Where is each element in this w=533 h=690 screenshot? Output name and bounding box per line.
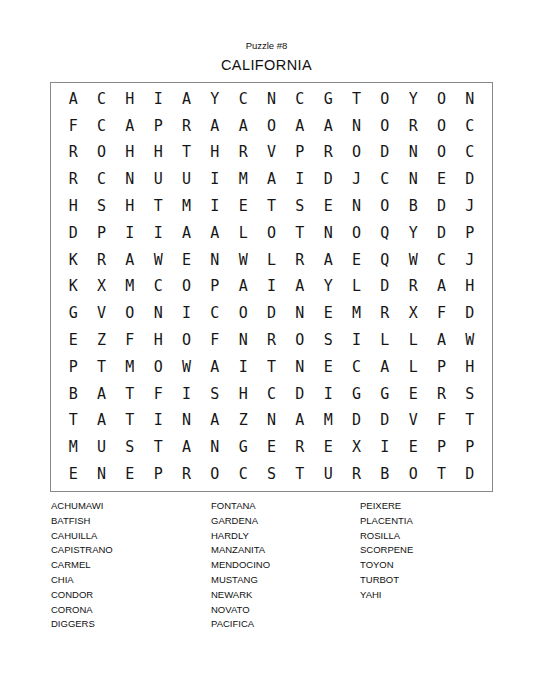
grid-cell[interactable]: N <box>314 220 342 247</box>
grid-cell[interactable]: A <box>201 354 229 381</box>
grid-cell[interactable]: N <box>201 434 229 461</box>
grid-cell[interactable]: Q <box>371 247 399 274</box>
grid-cell[interactable]: E <box>116 461 144 488</box>
grid-cell[interactable]: C <box>144 274 172 301</box>
grid-cell[interactable]: U <box>172 166 200 193</box>
grid-cell[interactable]: O <box>371 86 399 113</box>
grid-cell[interactable]: E <box>229 193 257 220</box>
grid-cell[interactable]: C <box>427 247 455 274</box>
grid-cell[interactable]: T <box>257 193 285 220</box>
grid-cell[interactable]: E <box>427 166 455 193</box>
grid-cell[interactable]: A <box>286 408 314 435</box>
grid-cell[interactable]: A <box>59 86 87 113</box>
grid-cell[interactable]: R <box>229 140 257 167</box>
grid-cell[interactable]: E <box>314 354 342 381</box>
grid-cell[interactable]: T <box>87 354 115 381</box>
grid-cell[interactable]: W <box>144 247 172 274</box>
grid-cell[interactable]: M <box>172 193 200 220</box>
grid-cell[interactable]: N <box>286 354 314 381</box>
grid-cell[interactable]: N <box>399 140 427 167</box>
grid-cell[interactable]: D <box>257 300 285 327</box>
grid-cell[interactable]: I <box>342 327 370 354</box>
grid-cell[interactable]: U <box>87 434 115 461</box>
grid-cell[interactable]: O <box>427 140 455 167</box>
grid-cell[interactable]: B <box>59 381 87 408</box>
grid-cell[interactable]: H <box>201 140 229 167</box>
grid-cell[interactable]: H <box>59 193 87 220</box>
grid-cell[interactable]: N <box>172 408 200 435</box>
grid-cell[interactable]: D <box>456 166 484 193</box>
grid-cell[interactable]: P <box>87 220 115 247</box>
grid-cell[interactable]: C <box>201 300 229 327</box>
word-item: ACHUMAWI <box>51 499 113 514</box>
grid-cell[interactable]: R <box>257 327 285 354</box>
grid-cell[interactable]: M <box>342 300 370 327</box>
grid-cell[interactable]: S <box>87 193 115 220</box>
grid-cell[interactable]: A <box>257 166 285 193</box>
grid-cell[interactable]: E <box>257 434 285 461</box>
grid-cell[interactable]: E <box>399 434 427 461</box>
grid-cell[interactable]: D <box>371 140 399 167</box>
grid-cell[interactable]: I <box>314 381 342 408</box>
grid-cell[interactable]: N <box>342 193 370 220</box>
grid-cell[interactable]: Y <box>314 274 342 301</box>
grid-cell[interactable]: E <box>59 461 87 488</box>
grid-cell[interactable]: C <box>229 461 257 488</box>
word-column-3: PEIXEREPLACENTIAROSILLASCORPENETOYONTURB… <box>360 499 413 603</box>
grid-cell[interactable]: T <box>116 381 144 408</box>
grid-cell[interactable]: O <box>87 140 115 167</box>
word-item: SCORPENE <box>360 543 413 558</box>
grid-cell[interactable]: D <box>371 274 399 301</box>
grid-cell[interactable]: H <box>144 140 172 167</box>
grid-cell[interactable]: O <box>427 86 455 113</box>
grid-cell[interactable]: D <box>314 166 342 193</box>
word-item: MENDOCINO <box>211 558 270 573</box>
grid-cell[interactable]: C <box>229 86 257 113</box>
grid-cell[interactable]: R <box>427 381 455 408</box>
page-title: CALIFORNIA <box>0 57 533 73</box>
grid-cell[interactable]: O <box>172 274 200 301</box>
grid-cell[interactable]: W <box>229 247 257 274</box>
grid-cell[interactable]: O <box>342 140 370 167</box>
grid-cell[interactable]: D <box>427 220 455 247</box>
grid-cell[interactable]: R <box>59 140 87 167</box>
word-item: MANZANITA <box>211 543 270 558</box>
grid-cell[interactable]: A <box>314 113 342 140</box>
grid-cell[interactable]: V <box>399 408 427 435</box>
word-search-grid: ACHIAYCNCGTOYONFCAPRAAOAANOROCROHHTHRVPR… <box>50 82 493 492</box>
grid-cell[interactable]: L <box>342 274 370 301</box>
grid-cell[interactable]: D <box>456 300 484 327</box>
grid-cell[interactable]: O <box>286 327 314 354</box>
word-item: CONDOR <box>51 588 113 603</box>
grid-cell[interactable]: T <box>59 408 87 435</box>
grid-cell[interactable]: N <box>144 300 172 327</box>
word-item: NEWARK <box>211 588 270 603</box>
grid-cell[interactable]: F <box>144 381 172 408</box>
grid-cell[interactable]: D <box>456 461 484 488</box>
grid-cell[interactable]: O <box>144 354 172 381</box>
grid-cell[interactable]: F <box>427 408 455 435</box>
grid-cell[interactable]: R <box>172 461 200 488</box>
grid-cell[interactable]: O <box>427 113 455 140</box>
grid-cell[interactable]: U <box>144 166 172 193</box>
grid-cell[interactable]: L <box>229 220 257 247</box>
grid-cell[interactable]: O <box>399 461 427 488</box>
grid-cell[interactable]: C <box>456 113 484 140</box>
word-column-1: ACHUMAWIBATFISHCAHUILLACAPISTRANOCARMELC… <box>51 499 113 632</box>
grid-cell[interactable]: D <box>342 408 370 435</box>
grid-cell[interactable]: E <box>59 327 87 354</box>
grid-cell[interactable]: H <box>116 193 144 220</box>
grid-cell[interactable]: P <box>456 434 484 461</box>
grid-cell[interactable]: T <box>257 354 285 381</box>
grid-cell[interactable]: E <box>172 247 200 274</box>
grid-cell[interactable]: A <box>427 327 455 354</box>
grid-cell[interactable]: O <box>229 300 257 327</box>
grid-cell[interactable]: S <box>201 381 229 408</box>
grid-cell[interactable]: C <box>456 140 484 167</box>
grid-cell[interactable]: F <box>116 327 144 354</box>
grid-cell[interactable]: N <box>456 86 484 113</box>
grid-cell[interactable]: I <box>201 193 229 220</box>
grid-cell[interactable]: S <box>116 434 144 461</box>
grid-cell[interactable]: A <box>229 274 257 301</box>
grid-cell[interactable]: P <box>144 113 172 140</box>
grid-cell[interactable]: N <box>257 86 285 113</box>
grid-cell[interactable]: Y <box>399 220 427 247</box>
grid-cell[interactable]: N <box>201 247 229 274</box>
grid-cell[interactable]: C <box>87 86 115 113</box>
grid-cell[interactable]: C <box>371 166 399 193</box>
grid-cell[interactable]: I <box>371 434 399 461</box>
grid-cell[interactable]: H <box>456 274 484 301</box>
grid-cell[interactable]: R <box>172 113 200 140</box>
grid-cell[interactable]: D <box>371 408 399 435</box>
grid-cell[interactable]: S <box>456 381 484 408</box>
grid-cell[interactable]: Z <box>229 408 257 435</box>
grid-cell[interactable]: V <box>257 140 285 167</box>
grid-cell[interactable]: D <box>427 193 455 220</box>
grid-cell[interactable]: E <box>314 434 342 461</box>
grid-cell[interactable]: A <box>229 113 257 140</box>
grid-cell[interactable]: T <box>456 408 484 435</box>
grid-cell[interactable]: P <box>427 354 455 381</box>
grid-cell[interactable]: L <box>257 247 285 274</box>
word-item: HARDLY <box>211 529 270 544</box>
grid-cell[interactable]: U <box>314 461 342 488</box>
grid-cell[interactable]: R <box>342 461 370 488</box>
grid-cell[interactable]: X <box>399 300 427 327</box>
word-item: CARMEL <box>51 558 113 573</box>
grid-cell[interactable]: N <box>87 461 115 488</box>
grid-cell[interactable]: P <box>427 434 455 461</box>
grid-cell[interactable]: Q <box>371 220 399 247</box>
grid-cell[interactable]: K <box>59 247 87 274</box>
grid-cell[interactable]: T <box>116 408 144 435</box>
grid-cell[interactable]: A <box>314 247 342 274</box>
grid-cell[interactable]: S <box>286 193 314 220</box>
word-item: MUSTANG <box>211 573 270 588</box>
grid-cell[interactable]: J <box>342 166 370 193</box>
grid-cell[interactable]: X <box>87 274 115 301</box>
grid-cell[interactable]: A <box>286 113 314 140</box>
grid-cell[interactable]: R <box>286 247 314 274</box>
word-item: TOYON <box>360 558 413 573</box>
grid-cell[interactable]: F <box>201 327 229 354</box>
grid-cell[interactable]: T <box>144 193 172 220</box>
grid-cell[interactable]: E <box>314 300 342 327</box>
grid-cell[interactable]: O <box>257 220 285 247</box>
grid-cell[interactable]: H <box>229 381 257 408</box>
word-item: PEIXERE <box>360 499 413 514</box>
grid-cell[interactable]: T <box>144 434 172 461</box>
grid-cell[interactable]: T <box>427 461 455 488</box>
grid-cell[interactable]: A <box>87 408 115 435</box>
grid-cell[interactable]: A <box>172 220 200 247</box>
grid-cell[interactable]: F <box>427 300 455 327</box>
grid-cell[interactable]: C <box>87 113 115 140</box>
grid-cell[interactable]: O <box>116 300 144 327</box>
grid-cell[interactable]: O <box>257 113 285 140</box>
grid-cell[interactable]: F <box>59 113 87 140</box>
grid-cell[interactable]: L <box>399 327 427 354</box>
word-item: NOVATO <box>211 603 270 618</box>
grid-cell[interactable]: T <box>342 86 370 113</box>
grid-cell[interactable]: P <box>456 220 484 247</box>
grid-cell[interactable]: O <box>371 113 399 140</box>
word-item: CORONA <box>51 603 113 618</box>
grid-cell[interactable]: A <box>172 86 200 113</box>
word-column-2: FONTANAGARDENAHARDLYMANZANITAMENDOCINOMU… <box>211 499 270 632</box>
grid-cell[interactable]: N <box>229 327 257 354</box>
grid-cell[interactable]: R <box>371 300 399 327</box>
grid-cell[interactable]: O <box>342 220 370 247</box>
grid-cell[interactable]: I <box>144 86 172 113</box>
grid-cell[interactable]: C <box>342 354 370 381</box>
grid-cell[interactable]: E <box>342 247 370 274</box>
grid-cell[interactable]: R <box>314 140 342 167</box>
grid-cell[interactable]: R <box>59 166 87 193</box>
grid-cell[interactable]: A <box>116 113 144 140</box>
word-item: FONTANA <box>211 499 270 514</box>
grid-cell[interactable]: J <box>456 247 484 274</box>
grid-cell[interactable]: X <box>342 434 370 461</box>
grid-cell[interactable]: H <box>116 86 144 113</box>
word-item: CAHUILLA <box>51 529 113 544</box>
grid-cell[interactable]: G <box>371 381 399 408</box>
grid-cell[interactable]: T <box>286 220 314 247</box>
grid-cell[interactable]: E <box>399 381 427 408</box>
grid-cell[interactable]: A <box>427 274 455 301</box>
grid-cell[interactable]: G <box>342 381 370 408</box>
grid-cell[interactable]: P <box>286 140 314 167</box>
grid-cell[interactable]: N <box>116 166 144 193</box>
grid-cell[interactable]: D <box>59 220 87 247</box>
grid-cell[interactable]: A <box>201 220 229 247</box>
grid-cell[interactable]: T <box>286 461 314 488</box>
grid-cell[interactable]: G <box>229 434 257 461</box>
grid-cell[interactable]: G <box>314 86 342 113</box>
grid-cell[interactable]: I <box>172 300 200 327</box>
grid-cell[interactable]: I <box>286 166 314 193</box>
grid-cell[interactable]: C <box>257 381 285 408</box>
grid-cell[interactable]: C <box>87 166 115 193</box>
grid-cell[interactable]: R <box>399 274 427 301</box>
word-item: TURBOT <box>360 573 413 588</box>
grid-cell[interactable]: H <box>144 327 172 354</box>
word-item: CAPISTRANO <box>51 543 113 558</box>
grid-cell[interactable]: A <box>371 354 399 381</box>
grid-cell[interactable]: N <box>399 166 427 193</box>
puzzle-number: Puzzle #8 <box>0 40 533 51</box>
word-item: BATFISH <box>51 514 113 529</box>
grid-cell[interactable]: W <box>456 327 484 354</box>
word-item: YAHI <box>360 588 413 603</box>
grid-cell[interactable]: G <box>59 300 87 327</box>
grid-cell[interactable]: H <box>116 140 144 167</box>
grid-cell[interactable]: R <box>286 434 314 461</box>
grid-cell[interactable]: D <box>286 381 314 408</box>
grid-cell[interactable]: V <box>87 300 115 327</box>
grid-cell[interactable]: Y <box>201 86 229 113</box>
grid-cell[interactable]: A <box>286 274 314 301</box>
grid-cell[interactable]: O <box>371 193 399 220</box>
grid-cell[interactable]: S <box>314 327 342 354</box>
grid-cell[interactable]: M <box>116 354 144 381</box>
word-item: GARDENA <box>211 514 270 529</box>
grid-cell[interactable]: L <box>399 354 427 381</box>
grid-cell[interactable]: P <box>201 274 229 301</box>
grid-cell[interactable]: I <box>144 220 172 247</box>
word-item: CHIA <box>51 573 113 588</box>
word-item: ROSILLA <box>360 529 413 544</box>
grid-cell[interactable]: M <box>229 166 257 193</box>
grid-cell[interactable]: Z <box>87 327 115 354</box>
grid-cell[interactable]: N <box>286 300 314 327</box>
grid-cell[interactable]: B <box>371 461 399 488</box>
grid-cell[interactable]: K <box>59 274 87 301</box>
grid-cell[interactable]: P <box>59 354 87 381</box>
grid-cell[interactable]: I <box>144 408 172 435</box>
grid-cell[interactable]: I <box>116 220 144 247</box>
grid-cell[interactable]: O <box>201 461 229 488</box>
grid-cell[interactable]: L <box>371 327 399 354</box>
grid-cell[interactable]: S <box>257 461 285 488</box>
grid-cell[interactable]: A <box>116 247 144 274</box>
grid-cell[interactable]: A <box>201 113 229 140</box>
grid-cell[interactable]: M <box>116 274 144 301</box>
grid-cell[interactable]: W <box>399 247 427 274</box>
grid-cell[interactable]: R <box>399 113 427 140</box>
grid-cell[interactable]: C <box>286 86 314 113</box>
grid-cell[interactable]: M <box>59 434 87 461</box>
grid-cell[interactable]: E <box>314 193 342 220</box>
grid-cell[interactable]: J <box>456 193 484 220</box>
grid-cell[interactable]: T <box>172 140 200 167</box>
grid-cell[interactable]: A <box>201 408 229 435</box>
grid-cell[interactable]: I <box>172 381 200 408</box>
grid-cell[interactable]: I <box>201 166 229 193</box>
grid-cell[interactable]: M <box>314 408 342 435</box>
grid-cell[interactable]: P <box>144 461 172 488</box>
grid-cell[interactable]: N <box>257 408 285 435</box>
grid-cell[interactable]: H <box>456 354 484 381</box>
word-item: PACIFICA <box>211 617 270 632</box>
grid-cell[interactable]: W <box>172 354 200 381</box>
grid-cell[interactable]: A <box>87 381 115 408</box>
grid-cell[interactable]: Y <box>399 86 427 113</box>
grid-cell[interactable]: O <box>172 327 200 354</box>
grid-cell[interactable]: R <box>87 247 115 274</box>
grid-cell[interactable]: I <box>229 354 257 381</box>
word-item: DIGGERS <box>51 617 113 632</box>
grid-cell[interactable]: A <box>172 434 200 461</box>
grid-cell[interactable]: B <box>399 193 427 220</box>
grid-cell[interactable]: I <box>257 274 285 301</box>
grid-cell[interactable]: N <box>342 113 370 140</box>
word-item: PLACENTIA <box>360 514 413 529</box>
